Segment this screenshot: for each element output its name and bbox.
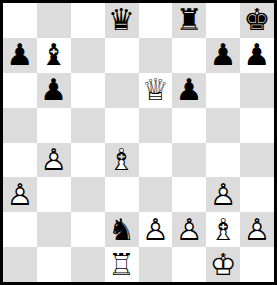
square-a2[interactable] (3, 212, 37, 247)
square-c7[interactable] (71, 38, 105, 73)
square-g3[interactable]: ♟♙ (206, 177, 240, 212)
white-pawn: ♟♙ (40, 145, 67, 175)
square-c5[interactable] (71, 108, 105, 143)
square-g6[interactable] (206, 73, 240, 108)
square-b4[interactable]: ♟♙ (37, 143, 71, 178)
square-b8[interactable] (37, 3, 71, 38)
square-a4[interactable] (3, 143, 37, 178)
square-a1[interactable] (3, 247, 37, 282)
white-pawn: ♟♙ (142, 215, 169, 245)
square-d5[interactable] (105, 108, 139, 143)
square-f1[interactable] (172, 247, 206, 282)
square-d4[interactable]: ♝♗ (105, 143, 139, 178)
square-g2[interactable]: ♝♗ (206, 212, 240, 247)
white-king: ♚♔ (210, 250, 237, 280)
square-a3[interactable]: ♟♙ (3, 177, 37, 212)
square-c4[interactable] (71, 143, 105, 178)
square-e8[interactable] (139, 3, 173, 38)
square-b3[interactable] (37, 177, 71, 212)
square-f2[interactable]: ♟♙ (172, 212, 206, 247)
square-e1[interactable] (139, 247, 173, 282)
black-queen: ♛ (108, 5, 135, 35)
white-pawn: ♟♙ (176, 215, 203, 245)
square-b6[interactable]: ♟ (37, 73, 71, 108)
square-f7[interactable] (172, 38, 206, 73)
black-bishop: ♝ (40, 40, 67, 70)
square-e6[interactable]: ♛♕ (139, 73, 173, 108)
black-pawn: ♟ (244, 40, 271, 70)
square-f3[interactable] (172, 177, 206, 212)
white-bishop: ♝♗ (108, 145, 135, 175)
square-g4[interactable] (206, 143, 240, 178)
square-d6[interactable] (105, 73, 139, 108)
white-bishop: ♝♗ (210, 215, 237, 245)
square-e2[interactable]: ♟♙ (139, 212, 173, 247)
square-d2[interactable]: ♞ (105, 212, 139, 247)
square-c6[interactable] (71, 73, 105, 108)
square-c1[interactable] (71, 247, 105, 282)
square-b7[interactable]: ♝ (37, 38, 71, 73)
black-pawn: ♟ (6, 40, 33, 70)
square-c3[interactable] (71, 177, 105, 212)
square-g8[interactable] (206, 3, 240, 38)
square-b2[interactable] (37, 212, 71, 247)
black-rook: ♜ (176, 5, 203, 35)
square-h8[interactable]: ♚ (240, 3, 274, 38)
square-d8[interactable]: ♛ (105, 3, 139, 38)
square-a7[interactable]: ♟ (3, 38, 37, 73)
square-d3[interactable] (105, 177, 139, 212)
square-f8[interactable]: ♜ (172, 3, 206, 38)
square-f5[interactable] (172, 108, 206, 143)
white-pawn: ♟♙ (210, 180, 237, 210)
square-f6[interactable]: ♟ (172, 73, 206, 108)
white-rook: ♜♖ (108, 250, 135, 280)
square-e7[interactable] (139, 38, 173, 73)
square-f4[interactable] (172, 143, 206, 178)
square-h2[interactable]: ♟♙ (240, 212, 274, 247)
black-pawn: ♟ (210, 40, 237, 70)
square-g5[interactable] (206, 108, 240, 143)
square-e5[interactable] (139, 108, 173, 143)
square-h3[interactable] (240, 177, 274, 212)
black-pawn: ♟ (40, 75, 67, 105)
square-c8[interactable] (71, 3, 105, 38)
square-a8[interactable] (3, 3, 37, 38)
square-d1[interactable]: ♜♖ (105, 247, 139, 282)
square-c2[interactable] (71, 212, 105, 247)
square-a5[interactable] (3, 108, 37, 143)
square-e4[interactable] (139, 143, 173, 178)
square-g1[interactable]: ♚♔ (206, 247, 240, 282)
white-pawn: ♟♙ (244, 215, 271, 245)
square-h7[interactable]: ♟ (240, 38, 274, 73)
square-h6[interactable] (240, 73, 274, 108)
black-king: ♚ (244, 5, 271, 35)
white-pawn: ♟♙ (6, 180, 33, 210)
square-h5[interactable] (240, 108, 274, 143)
square-a6[interactable] (3, 73, 37, 108)
square-h4[interactable] (240, 143, 274, 178)
black-knight: ♞ (108, 215, 135, 245)
white-queen: ♛♕ (142, 75, 169, 105)
square-d7[interactable] (105, 38, 139, 73)
square-b1[interactable] (37, 247, 71, 282)
square-h1[interactable] (240, 247, 274, 282)
square-g7[interactable]: ♟ (206, 38, 240, 73)
square-b5[interactable] (37, 108, 71, 143)
black-pawn: ♟ (176, 75, 203, 105)
chess-board: ♛♜♚♟♝♟♟♟♛♕♟♟♙♝♗♟♙♟♙♞♟♙♟♙♝♗♟♙♜♖♚♔ (0, 0, 277, 285)
square-e3[interactable] (139, 177, 173, 212)
